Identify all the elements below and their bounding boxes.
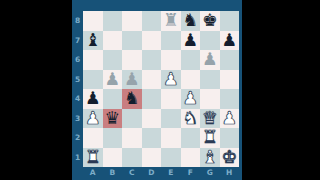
square-d3[interactable] (142, 109, 162, 129)
square-g2[interactable]: ♜ (200, 128, 220, 148)
white-knight-f3: ♞ (182, 109, 198, 129)
white-rook-g2: ♜ (202, 128, 218, 148)
chess-board: ♜♞♚♝♟♟♟♟♟♟♟♞♟♟♛♞♛♟♜♜♝♚ (83, 11, 239, 167)
square-b4[interactable] (103, 89, 123, 109)
white-pawn-h3: ♟ (221, 109, 237, 129)
black-pawn-h7: ♟ (221, 31, 237, 51)
white-queen-g3: ♛ (202, 109, 218, 129)
square-a5[interactable] (83, 70, 103, 90)
rank-label-8: 8 (72, 11, 83, 31)
square-h8[interactable] (220, 11, 240, 31)
square-d7[interactable] (142, 31, 162, 51)
file-label-a: A (83, 167, 103, 180)
black-bishop-a7: ♝ (85, 31, 101, 51)
square-e6[interactable] (161, 50, 181, 70)
chessboard-panel: ♜♞♚♝♟♟♟♟♟♟♟♞♟♟♛♞♛♟♜♜♝♚ 87654321 ABCDEFGH (72, 0, 242, 180)
white-pawn-a3: ♟ (85, 109, 101, 129)
square-a8[interactable] (83, 11, 103, 31)
square-d6[interactable] (142, 50, 162, 70)
square-d1[interactable] (142, 148, 162, 168)
rank-label-4: 4 (72, 89, 83, 109)
square-c6[interactable] (122, 50, 142, 70)
rank-label-5: 5 (72, 70, 83, 90)
square-h2[interactable] (220, 128, 240, 148)
square-c2[interactable] (122, 128, 142, 148)
square-e8[interactable]: ♜ (161, 11, 181, 31)
square-c7[interactable] (122, 31, 142, 51)
square-e1[interactable] (161, 148, 181, 168)
square-f6[interactable] (181, 50, 201, 70)
rank-label-2: 2 (72, 128, 83, 148)
square-b1[interactable] (103, 148, 123, 168)
square-g5[interactable] (200, 70, 220, 90)
square-f2[interactable] (181, 128, 201, 148)
white-bishop-g1: ♝ (202, 148, 218, 168)
square-d5[interactable] (142, 70, 162, 90)
rank-labels: 87654321 (72, 11, 83, 167)
square-d4[interactable] (142, 89, 162, 109)
file-label-d: D (142, 167, 162, 180)
file-label-g: G (200, 167, 220, 180)
white-rook-a1: ♜ (85, 148, 101, 168)
square-f1[interactable] (181, 148, 201, 168)
square-g6[interactable]: ♟ (200, 50, 220, 70)
square-f3[interactable]: ♞ (181, 109, 201, 129)
square-b8[interactable] (103, 11, 123, 31)
square-b2[interactable] (103, 128, 123, 148)
rank-label-3: 3 (72, 109, 83, 129)
square-f7[interactable]: ♟ (181, 31, 201, 51)
square-c1[interactable] (122, 148, 142, 168)
square-a7[interactable]: ♝ (83, 31, 103, 51)
square-h5[interactable] (220, 70, 240, 90)
file-label-f: F (181, 167, 201, 180)
square-a1[interactable]: ♜ (83, 148, 103, 168)
square-e7[interactable] (161, 31, 181, 51)
rank-label-7: 7 (72, 31, 83, 51)
file-label-e: E (161, 167, 181, 180)
square-e4[interactable] (161, 89, 181, 109)
square-g3[interactable]: ♛ (200, 109, 220, 129)
square-c4[interactable]: ♞ (122, 89, 142, 109)
video-frame: ♜♞♚♝♟♟♟♟♟♟♟♞♟♟♛♞♛♟♜♜♝♚ 87654321 ABCDEFGH (0, 0, 320, 180)
square-h3[interactable]: ♟ (220, 109, 240, 129)
square-a4[interactable]: ♟ (83, 89, 103, 109)
square-f5[interactable] (181, 70, 201, 90)
square-b5[interactable]: ♟ (103, 70, 123, 90)
square-f8[interactable]: ♞ (181, 11, 201, 31)
square-b7[interactable] (103, 31, 123, 51)
rank-label-1: 1 (72, 148, 83, 168)
black-knight-c4: ♞ (124, 89, 140, 109)
square-h6[interactable] (220, 50, 240, 70)
white-pawn-e5: ♟ (163, 70, 179, 90)
white-pawn-f4: ♟ (182, 89, 198, 109)
square-h4[interactable] (220, 89, 240, 109)
white-king-h1: ♚ (221, 148, 237, 168)
black-queen-b3: ♛ (104, 109, 120, 129)
gray-pawn-b5: ♟ (104, 70, 120, 90)
file-label-h: H (220, 167, 240, 180)
square-f4[interactable]: ♟ (181, 89, 201, 109)
square-c5[interactable]: ♟ (122, 70, 142, 90)
black-pawn-a4: ♟ (85, 89, 101, 109)
square-e3[interactable] (161, 109, 181, 129)
square-h7[interactable]: ♟ (220, 31, 240, 51)
gray-pawn-c5: ♟ (124, 70, 140, 90)
square-a2[interactable] (83, 128, 103, 148)
file-label-c: C (122, 167, 142, 180)
square-d8[interactable] (142, 11, 162, 31)
square-c8[interactable] (122, 11, 142, 31)
square-h1[interactable]: ♚ (220, 148, 240, 168)
file-label-b: B (103, 167, 123, 180)
square-g8[interactable]: ♚ (200, 11, 220, 31)
black-pawn-f7: ♟ (182, 31, 198, 51)
black-king-g8: ♚ (202, 11, 218, 31)
square-c3[interactable] (122, 109, 142, 129)
square-e2[interactable] (161, 128, 181, 148)
square-b6[interactable] (103, 50, 123, 70)
square-d2[interactable] (142, 128, 162, 148)
square-a3[interactable]: ♟ (83, 109, 103, 129)
square-a6[interactable] (83, 50, 103, 70)
square-g4[interactable] (200, 89, 220, 109)
square-g1[interactable]: ♝ (200, 148, 220, 168)
gray-rook-e8: ♜ (163, 11, 179, 31)
rank-label-6: 6 (72, 50, 83, 70)
square-b3[interactable]: ♛ (103, 109, 123, 129)
square-e5[interactable]: ♟ (161, 70, 181, 90)
square-g7[interactable] (200, 31, 220, 51)
gray-pawn-g6: ♟ (202, 50, 218, 70)
black-knight-f8: ♞ (182, 11, 198, 31)
file-labels: ABCDEFGH (83, 167, 239, 180)
